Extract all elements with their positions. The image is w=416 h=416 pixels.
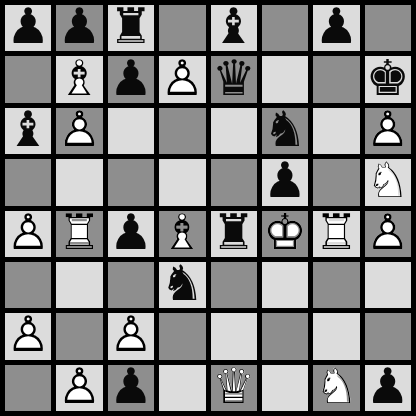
piece-white-rook: ♜♖ (313, 211, 359, 257)
black-piece-glyph: ♜ (212, 207, 256, 256)
piece-black-pawn: ♟ (108, 211, 154, 257)
square-e1[interactable]: ♛♕ (211, 365, 257, 411)
square-h3[interactable] (365, 262, 411, 308)
square-c1[interactable]: ♟ (108, 365, 154, 411)
square-e7[interactable]: ♛ (211, 56, 257, 102)
square-a8[interactable]: ♟ (5, 5, 51, 51)
square-h2[interactable] (365, 313, 411, 359)
square-b5[interactable] (56, 159, 102, 205)
square-c5[interactable] (108, 159, 154, 205)
square-h5[interactable]: ♞♘ (365, 159, 411, 205)
piece-white-knight: ♞♘ (313, 365, 359, 411)
white-piece-outline: ♘ (314, 361, 358, 410)
piece-black-knight: ♞ (159, 262, 205, 308)
square-a3[interactable] (5, 262, 51, 308)
square-e4[interactable]: ♜ (211, 211, 257, 257)
square-e3[interactable] (211, 262, 257, 308)
square-b6[interactable]: ♟♙ (56, 108, 102, 154)
piece-white-pawn: ♟♙ (56, 365, 102, 411)
white-piece-outline: ♙ (6, 207, 50, 256)
square-e8[interactable]: ♝ (211, 5, 257, 51)
square-c8[interactable]: ♜ (108, 5, 154, 51)
square-d6[interactable] (159, 108, 205, 154)
square-f2[interactable] (262, 313, 308, 359)
square-f4[interactable]: ♚♔ (262, 211, 308, 257)
piece-black-pawn: ♟ (56, 5, 102, 51)
piece-white-king: ♚♔ (262, 211, 308, 257)
square-a1[interactable] (5, 365, 51, 411)
square-g6[interactable] (313, 108, 359, 154)
piece-white-queen: ♛♕ (211, 365, 257, 411)
square-c7[interactable]: ♟ (108, 56, 154, 102)
piece-white-bishop: ♝♗ (159, 211, 205, 257)
white-piece-outline: ♙ (366, 207, 410, 256)
square-d3[interactable]: ♞ (159, 262, 205, 308)
white-piece-outline: ♙ (366, 104, 410, 153)
square-e5[interactable] (211, 159, 257, 205)
square-g2[interactable] (313, 313, 359, 359)
square-f3[interactable] (262, 262, 308, 308)
black-piece-glyph: ♟ (109, 207, 153, 256)
piece-black-queen: ♛ (211, 56, 257, 102)
piece-white-rook: ♜♖ (56, 211, 102, 257)
piece-white-pawn: ♟♙ (5, 313, 51, 359)
piece-black-bishop: ♝ (5, 108, 51, 154)
piece-black-pawn: ♟ (313, 5, 359, 51)
piece-white-pawn: ♟♙ (159, 56, 205, 102)
piece-white-pawn: ♟♙ (108, 313, 154, 359)
square-g7[interactable] (313, 56, 359, 102)
square-c4[interactable]: ♟ (108, 211, 154, 257)
square-d8[interactable] (159, 5, 205, 51)
square-h4[interactable]: ♟♙ (365, 211, 411, 257)
piece-white-bishop: ♝♗ (56, 56, 102, 102)
piece-black-pawn: ♟ (5, 5, 51, 51)
square-d1[interactable] (159, 365, 205, 411)
black-piece-glyph: ♟ (109, 361, 153, 410)
white-piece-outline: ♙ (58, 361, 102, 410)
white-piece-outline: ♗ (58, 53, 102, 102)
square-a7[interactable] (5, 56, 51, 102)
piece-black-pawn: ♟ (108, 56, 154, 102)
square-g1[interactable]: ♞♘ (313, 365, 359, 411)
piece-white-pawn: ♟♙ (365, 211, 411, 257)
square-d4[interactable]: ♝♗ (159, 211, 205, 257)
square-h6[interactable]: ♟♙ (365, 108, 411, 154)
square-h8[interactable] (365, 5, 411, 51)
white-piece-outline: ♕ (212, 361, 256, 410)
square-d2[interactable] (159, 313, 205, 359)
piece-black-rook: ♜ (211, 211, 257, 257)
square-c2[interactable]: ♟♙ (108, 313, 154, 359)
black-piece-glyph: ♛ (212, 53, 256, 102)
square-g8[interactable]: ♟ (313, 5, 359, 51)
black-piece-glyph: ♜ (109, 2, 153, 51)
white-piece-outline: ♖ (314, 207, 358, 256)
white-piece-outline: ♖ (58, 207, 102, 256)
piece-white-pawn: ♟♙ (365, 108, 411, 154)
square-a2[interactable]: ♟♙ (5, 313, 51, 359)
black-piece-glyph: ♟ (109, 53, 153, 102)
white-piece-outline: ♙ (6, 310, 50, 359)
chess-board-wrapper: ♟♟♜♝♟♝♗♟♟♙♛♚♝♟♙♞♟♙♟♞♘♟♙♜♖♟♝♗♜♚♔♜♖♟♙♞♟♙♟♙… (0, 0, 416, 416)
square-d5[interactable] (159, 159, 205, 205)
piece-black-pawn: ♟ (108, 365, 154, 411)
square-f7[interactable] (262, 56, 308, 102)
square-f8[interactable] (262, 5, 308, 51)
square-b4[interactable]: ♜♖ (56, 211, 102, 257)
square-a4[interactable]: ♟♙ (5, 211, 51, 257)
chess-board: ♟♟♜♝♟♝♗♟♟♙♛♚♝♟♙♞♟♙♟♞♘♟♙♜♖♟♝♗♜♚♔♜♖♟♙♞♟♙♟♙… (0, 0, 416, 416)
square-d7[interactable]: ♟♙ (159, 56, 205, 102)
square-g3[interactable] (313, 262, 359, 308)
black-piece-glyph: ♟ (58, 2, 102, 51)
square-b7[interactable]: ♝♗ (56, 56, 102, 102)
square-f1[interactable] (262, 365, 308, 411)
square-b2[interactable] (56, 313, 102, 359)
white-piece-outline: ♔ (263, 207, 307, 256)
piece-black-pawn: ♟ (262, 159, 308, 205)
piece-black-pawn: ♟ (365, 365, 411, 411)
piece-white-pawn: ♟♙ (56, 108, 102, 154)
black-piece-glyph: ♟ (366, 361, 410, 410)
black-piece-glyph: ♞ (160, 259, 204, 308)
square-e6[interactable] (211, 108, 257, 154)
square-b8[interactable]: ♟ (56, 5, 102, 51)
square-c6[interactable] (108, 108, 154, 154)
square-c3[interactable] (108, 262, 154, 308)
white-piece-outline: ♗ (160, 207, 204, 256)
square-g5[interactable] (313, 159, 359, 205)
piece-black-knight: ♞ (262, 108, 308, 154)
square-b1[interactable]: ♟♙ (56, 365, 102, 411)
black-piece-glyph: ♟ (314, 2, 358, 51)
square-h1[interactable]: ♟ (365, 365, 411, 411)
black-piece-glyph: ♞ (263, 104, 307, 153)
square-f5[interactable]: ♟ (262, 159, 308, 205)
square-e2[interactable] (211, 313, 257, 359)
square-a6[interactable]: ♝ (5, 108, 51, 154)
white-piece-outline: ♘ (366, 156, 410, 205)
square-g4[interactable]: ♜♖ (313, 211, 359, 257)
black-piece-glyph: ♝ (6, 104, 50, 153)
black-piece-glyph: ♝ (212, 2, 256, 51)
square-h7[interactable]: ♚ (365, 56, 411, 102)
black-piece-glyph: ♟ (6, 2, 50, 51)
piece-black-bishop: ♝ (211, 5, 257, 51)
piece-white-knight: ♞♘ (365, 159, 411, 205)
white-piece-outline: ♙ (160, 53, 204, 102)
square-b3[interactable] (56, 262, 102, 308)
black-piece-glyph: ♟ (263, 156, 307, 205)
white-piece-outline: ♙ (58, 104, 102, 153)
piece-black-rook: ♜ (108, 5, 154, 51)
square-a5[interactable] (5, 159, 51, 205)
square-f6[interactable]: ♞ (262, 108, 308, 154)
white-piece-outline: ♙ (109, 310, 153, 359)
black-piece-glyph: ♚ (366, 53, 410, 102)
piece-black-king: ♚ (365, 56, 411, 102)
piece-white-pawn: ♟♙ (5, 211, 51, 257)
